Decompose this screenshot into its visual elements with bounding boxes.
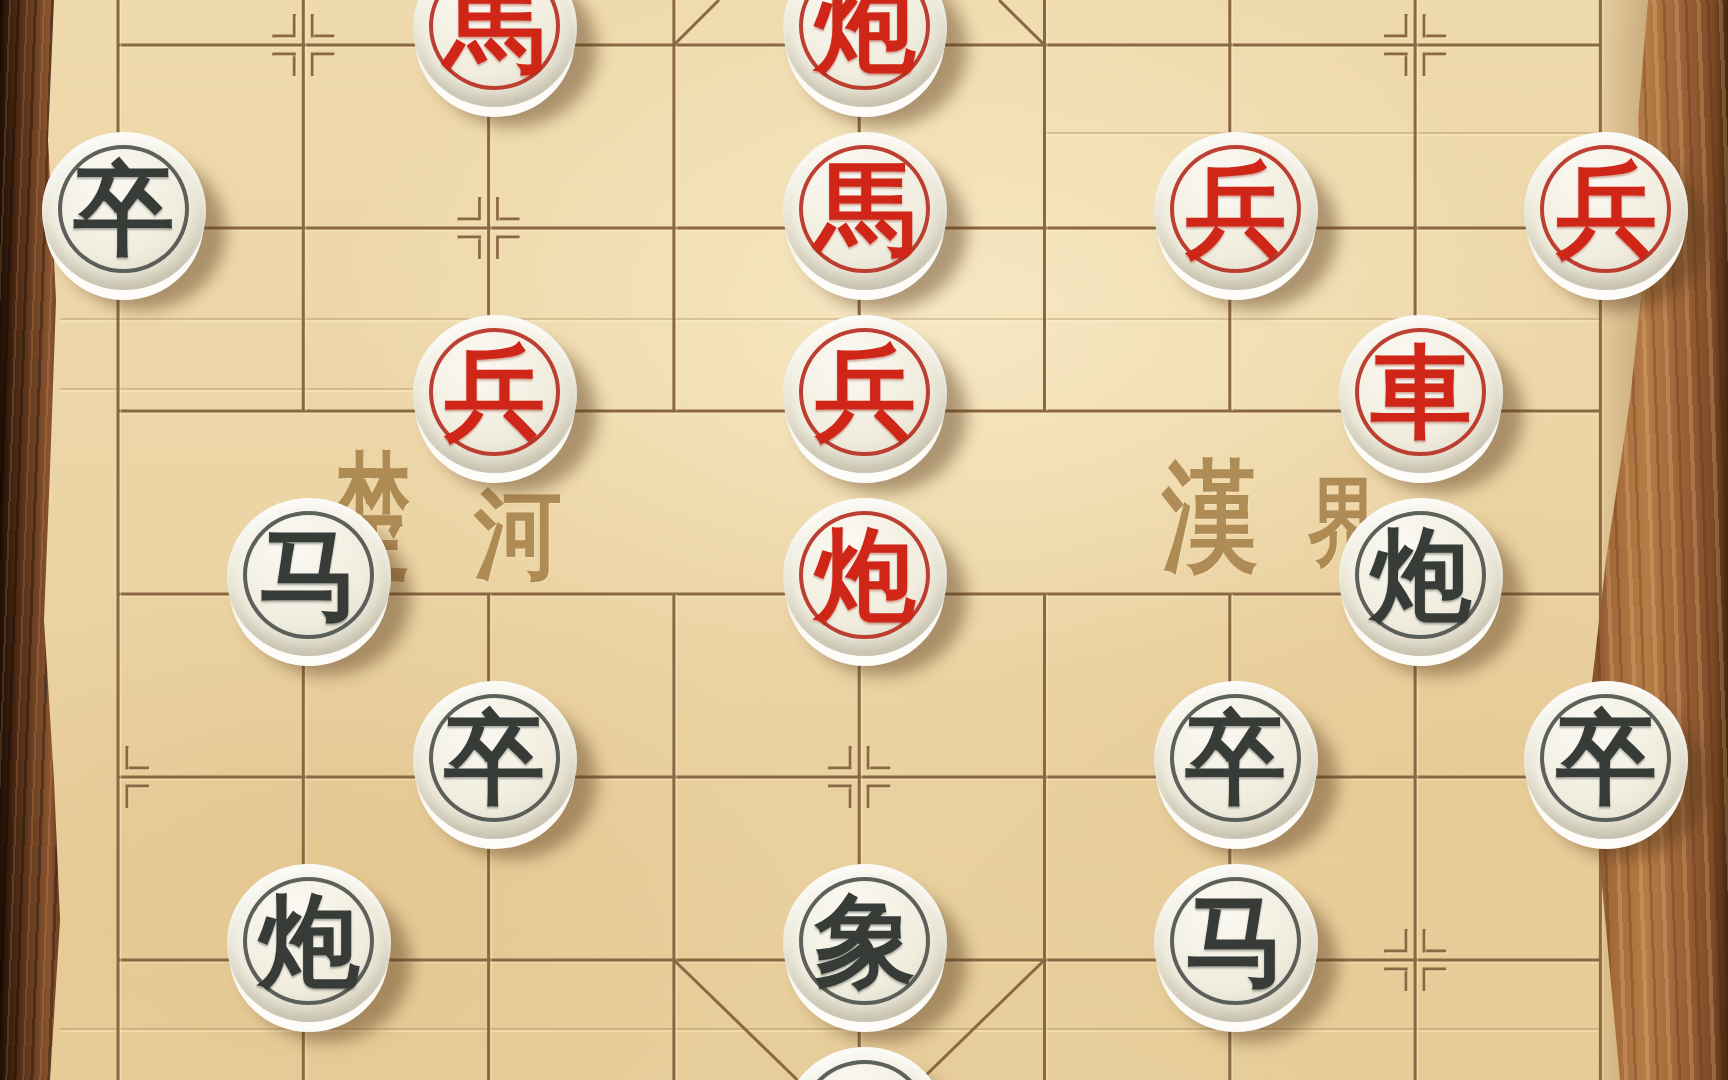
piece-glyph: 象 [783,866,947,1018]
piece-black-cannon[interactable]: 炮 [1339,498,1503,668]
piece-red-cannon[interactable]: 炮 [783,0,947,119]
piece-glyph: 兵 [783,317,947,469]
piece-glyph: 車 [1339,317,1503,469]
piece-glyph [783,1049,947,1080]
piece-red-horse[interactable]: 馬 [413,0,577,119]
xiangqi-board-screen: 楚河漢界 馬炮卒馬兵兵兵兵車马炮炮卒卒卒炮象马 [0,0,1728,1080]
piece-red-soldier[interactable]: 兵 [1524,132,1688,302]
piece-black-soldier[interactable]: 卒 [413,681,577,851]
piece-glyph: 炮 [227,866,391,1018]
piece-black-soldier[interactable]: 卒 [1154,681,1318,851]
piece-glyph: 兵 [1154,134,1318,286]
piece-red-soldier[interactable]: 兵 [413,315,577,485]
piece-glyph: 馬 [413,0,577,103]
piece-black-horse[interactable]: 马 [1154,864,1318,1034]
piece-glyph: 炮 [783,500,947,652]
piece-black-elephant[interactable]: 象 [783,864,947,1034]
piece-black-unknown-partial[interactable] [783,1047,947,1080]
piece-black-horse[interactable]: 马 [227,498,391,668]
piece-red-chariot[interactable]: 車 [1339,315,1503,485]
piece-red-cannon[interactable]: 炮 [783,498,947,668]
piece-red-soldier[interactable]: 兵 [783,315,947,485]
piece-glyph: 马 [227,500,391,652]
piece-glyph: 卒 [413,683,577,835]
piece-glyph: 炮 [1339,500,1503,652]
river-label-han: 漢 [1162,438,1258,601]
piece-glyph: 兵 [413,317,577,469]
piece-glyph: 卒 [1524,683,1688,835]
piece-black-soldier[interactable]: 卒 [1524,681,1688,851]
piece-glyph: 兵 [1524,134,1688,286]
piece-glyph: 马 [1154,866,1318,1018]
piece-black-cannon[interactable]: 炮 [227,864,391,1034]
piece-red-soldier[interactable]: 兵 [1154,132,1318,302]
piece-glyph: 卒 [1154,683,1318,835]
piece-red-horse[interactable]: 馬 [783,132,947,302]
piece-glyph: 炮 [783,0,947,103]
piece-glyph: 卒 [42,134,206,286]
piece-glyph: 馬 [783,134,947,286]
piece-black-soldier[interactable]: 卒 [42,132,206,302]
